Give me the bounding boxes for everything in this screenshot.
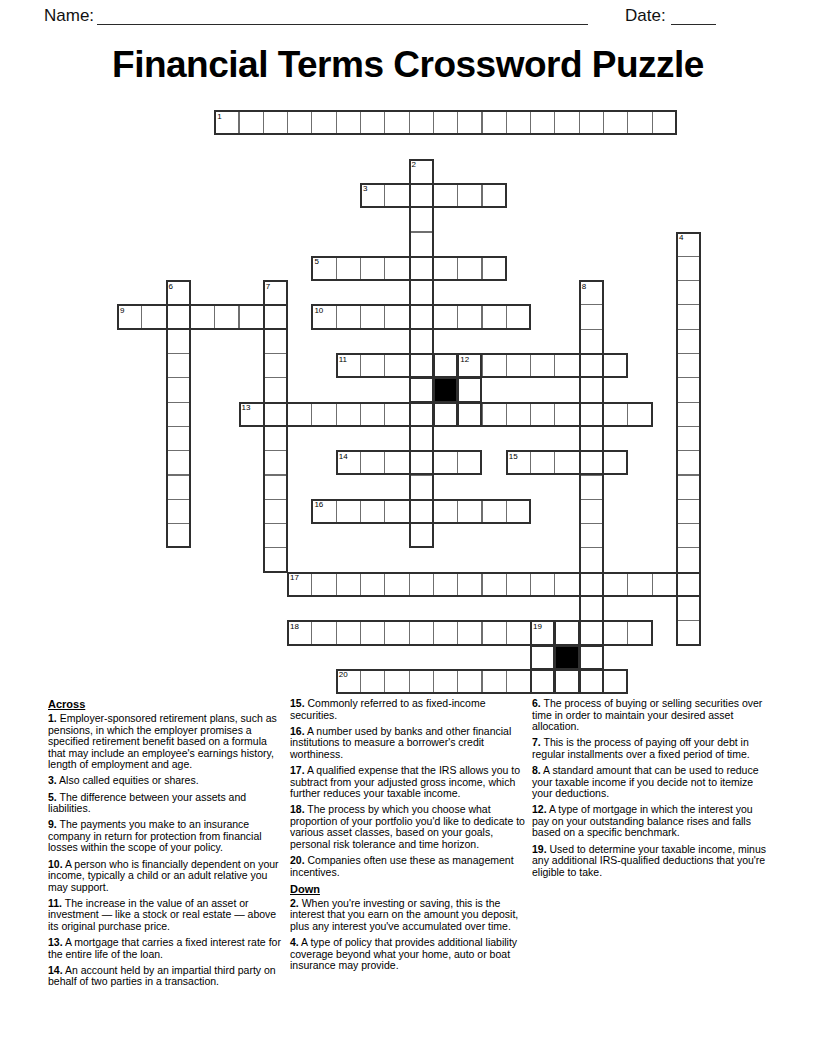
grid-cell[interactable] — [166, 329, 191, 354]
grid-cell[interactable] — [579, 329, 604, 354]
grid-cell[interactable] — [336, 402, 361, 427]
grid-cell[interactable] — [457, 377, 482, 402]
grid-cell[interactable] — [409, 329, 434, 354]
grid-cell[interactable] — [506, 499, 531, 524]
clue-19: 19. Used to determine your taxable incom… — [532, 844, 772, 879]
grid-cell[interactable] — [409, 377, 434, 402]
grid-cell[interactable] — [676, 304, 701, 329]
cell-number-10: 10 — [314, 307, 323, 315]
grid-cell[interactable] — [457, 620, 482, 645]
grid-cell[interactable] — [360, 572, 385, 597]
grid-cell[interactable] — [482, 110, 507, 135]
grid-cell[interactable] — [627, 620, 652, 645]
clue-20: 20. Companies often use these as managem… — [290, 855, 527, 878]
grid-cell[interactable] — [409, 523, 434, 548]
grid-cell[interactable] — [579, 377, 604, 402]
grid-cell[interactable] — [603, 110, 628, 135]
grid-cell[interactable] — [579, 596, 604, 621]
cell-number-3: 3 — [363, 185, 367, 193]
grid-cell[interactable] — [384, 669, 409, 694]
grid-cell[interactable] — [676, 377, 701, 402]
grid-cell[interactable] — [579, 450, 604, 475]
clue-11: 11. The increase in the value of an asse… — [48, 898, 285, 933]
grid-cell[interactable] — [676, 256, 701, 281]
grid-cell[interactable] — [384, 620, 409, 645]
grid-cell[interactable] — [384, 572, 409, 597]
grid-cell[interactable] — [409, 620, 434, 645]
grid-cell[interactable] — [603, 669, 628, 694]
grid-cell[interactable] — [360, 669, 385, 694]
grid-cell[interactable] — [554, 110, 579, 135]
grid-cell[interactable] — [360, 620, 385, 645]
grid-cell[interactable] — [409, 110, 434, 135]
cell-number-20: 20 — [339, 671, 348, 679]
grid-cell[interactable] — [263, 402, 288, 427]
grid-cell[interactable] — [627, 572, 652, 597]
grid-cell[interactable] — [433, 499, 458, 524]
blocked-cell — [554, 645, 579, 670]
grid-cell[interactable] — [336, 620, 361, 645]
grid-cell[interactable] — [530, 353, 555, 378]
grid-cell[interactable] — [579, 402, 604, 427]
grid-cell[interactable] — [263, 475, 288, 500]
grid-cell[interactable] — [409, 232, 434, 257]
grid-cell[interactable] — [166, 402, 191, 427]
grid-cell[interactable] — [263, 377, 288, 402]
grid-cell[interactable] — [409, 183, 434, 208]
cell-number-4: 4 — [679, 234, 683, 242]
grid-cell[interactable] — [579, 475, 604, 500]
grid-cell[interactable] — [409, 426, 434, 451]
grid-cell[interactable] — [239, 304, 264, 329]
grid-cell[interactable] — [530, 645, 555, 670]
grid-cell[interactable] — [554, 620, 579, 645]
grid-cell[interactable] — [409, 280, 434, 305]
grid-cell[interactable] — [409, 402, 434, 427]
grid-cell[interactable] — [166, 450, 191, 475]
clue-9: 9. The payments you make to an insurance… — [48, 819, 285, 854]
grid-cell[interactable] — [409, 207, 434, 232]
grid-cell[interactable] — [409, 475, 434, 500]
clue-12: 12. A type of mortgage in which the inte… — [532, 804, 772, 839]
grid-cell[interactable] — [263, 304, 288, 329]
name-label: Name: — [44, 6, 94, 26]
grid-cell[interactable] — [457, 256, 482, 281]
grid-cell[interactable] — [603, 620, 628, 645]
clue-14: 14. An account held by an impartial thir… — [48, 965, 285, 988]
grid-cell[interactable] — [579, 353, 604, 378]
grid-cell[interactable] — [554, 572, 579, 597]
clue-4: 4. A type of policy that provides additi… — [290, 937, 527, 972]
grid-cell[interactable] — [287, 110, 312, 135]
grid-cell[interactable] — [360, 353, 385, 378]
grid-cell[interactable] — [506, 353, 531, 378]
clue-18: 18. The process by which you choose what… — [290, 804, 527, 850]
grid-cell[interactable] — [336, 256, 361, 281]
grid-cell[interactable] — [506, 110, 531, 135]
clue-13: 13. A mortgage that carries a fixed inte… — [48, 937, 285, 960]
name-line[interactable] — [97, 24, 588, 25]
grid-cell[interactable] — [482, 304, 507, 329]
cell-number-19: 19 — [533, 623, 542, 631]
grid-cell[interactable] — [482, 620, 507, 645]
clues-column: 6. The process of buying or selling secu… — [532, 698, 772, 883]
grid-cell[interactable] — [603, 353, 628, 378]
grid-cell[interactable] — [336, 304, 361, 329]
grid-cell[interactable] — [530, 110, 555, 135]
grid-cell[interactable] — [433, 572, 458, 597]
grid-cell[interactable] — [676, 280, 701, 305]
grid-cell[interactable] — [506, 304, 531, 329]
grid-cell[interactable] — [263, 523, 288, 548]
grid-cell[interactable] — [384, 110, 409, 135]
clues-heading-across: Across — [48, 698, 285, 710]
grid-cell[interactable] — [579, 669, 604, 694]
grid-cell[interactable] — [676, 547, 701, 572]
grid-cell[interactable] — [579, 110, 604, 135]
cell-number-5: 5 — [314, 258, 318, 266]
grid-cell[interactable] — [263, 426, 288, 451]
cell-number-11: 11 — [339, 356, 347, 364]
grid-cell[interactable] — [579, 572, 604, 597]
clue-6: 6. The process of buying or selling secu… — [532, 698, 772, 733]
grid-cell[interactable] — [336, 499, 361, 524]
cell-number-14: 14 — [339, 453, 348, 461]
grid-cell[interactable] — [457, 572, 482, 597]
clues-column: 15. Commonly referred to as fixed-income… — [290, 698, 527, 976]
grid-cell[interactable] — [554, 353, 579, 378]
grid-cell[interactable] — [676, 499, 701, 524]
grid-cell[interactable] — [384, 402, 409, 427]
cell-number-17: 17 — [290, 574, 299, 582]
clue-7: 7. This is the process of paying off you… — [532, 737, 772, 760]
grid-cell[interactable] — [676, 572, 701, 597]
grid-cell[interactable] — [554, 402, 579, 427]
clues-heading-down: Down — [290, 883, 527, 895]
grid-cell[interactable] — [311, 572, 336, 597]
cell-number-2: 2 — [412, 161, 416, 169]
cell-number-1: 1 — [217, 113, 221, 121]
grid-cell[interactable] — [384, 304, 409, 329]
grid-cell[interactable] — [311, 110, 336, 135]
grid-cell[interactable] — [579, 304, 604, 329]
cell-number-9: 9 — [120, 307, 124, 315]
grid-cell[interactable] — [530, 669, 555, 694]
grid-cell[interactable] — [409, 256, 434, 281]
grid-cell[interactable] — [166, 377, 191, 402]
cell-number-15: 15 — [509, 453, 518, 461]
grid-cell[interactable] — [652, 572, 677, 597]
crossword-grid: 1234567891011121314151617181920 — [117, 110, 702, 695]
grid-cell[interactable] — [457, 499, 482, 524]
grid-cell[interactable] — [263, 499, 288, 524]
grid-cell[interactable] — [676, 523, 701, 548]
grid-cell[interactable] — [457, 450, 482, 475]
grid-cell[interactable] — [166, 353, 191, 378]
grid-cell[interactable] — [506, 669, 531, 694]
grid-cell[interactable] — [530, 572, 555, 597]
grid-cell[interactable] — [409, 572, 434, 597]
grid-cell[interactable] — [482, 183, 507, 208]
clue-16: 16. A number used by banks and other fin… — [290, 726, 527, 761]
grid-cell[interactable] — [482, 499, 507, 524]
page-title: Financial Terms Crossword Puzzle — [0, 44, 816, 86]
grid-cell[interactable] — [166, 475, 191, 500]
grid-cell[interactable] — [263, 353, 288, 378]
grid-cell[interactable] — [579, 523, 604, 548]
grid-cell[interactable] — [214, 304, 239, 329]
grid-cell[interactable] — [336, 110, 361, 135]
grid-cell[interactable] — [482, 669, 507, 694]
grid-cell[interactable] — [263, 110, 288, 135]
grid-cell[interactable] — [166, 499, 191, 524]
grid-cell[interactable] — [676, 329, 701, 354]
grid-cell[interactable] — [457, 183, 482, 208]
grid-cell[interactable] — [676, 620, 701, 645]
grid-cell[interactable] — [384, 499, 409, 524]
grid-cell[interactable] — [652, 110, 677, 135]
grid-cell[interactable] — [433, 304, 458, 329]
cell-number-6: 6 — [169, 283, 173, 291]
grid-cell[interactable] — [141, 304, 166, 329]
date-label: Date: — [625, 6, 666, 26]
grid-cell[interactable] — [384, 450, 409, 475]
grid-cell[interactable] — [409, 304, 434, 329]
grid-cell[interactable] — [579, 426, 604, 451]
grid-cell[interactable] — [166, 523, 191, 548]
grid-cell[interactable] — [457, 304, 482, 329]
grid-cell[interactable] — [360, 256, 385, 281]
grid-cell[interactable] — [579, 499, 604, 524]
grid-cell[interactable] — [554, 669, 579, 694]
grid-cell[interactable] — [482, 353, 507, 378]
grid-cell[interactable] — [676, 353, 701, 378]
clue-5: 5. The difference between your assets an… — [48, 792, 285, 815]
clue-17: 17. A qualified expense that the IRS all… — [290, 765, 527, 800]
grid-cell[interactable] — [360, 110, 385, 135]
grid-cell[interactable] — [166, 426, 191, 451]
grid-cell[interactable] — [627, 110, 652, 135]
grid-cell[interactable] — [506, 620, 531, 645]
grid-cell[interactable] — [263, 547, 288, 572]
grid-cell[interactable] — [579, 645, 604, 670]
grid-cell[interactable] — [409, 499, 434, 524]
grid-cell[interactable] — [336, 572, 361, 597]
grid-cell[interactable] — [627, 402, 652, 427]
grid-cell[interactable] — [457, 110, 482, 135]
grid-cell[interactable] — [360, 304, 385, 329]
grid-cell[interactable] — [482, 256, 507, 281]
grid-cell[interactable] — [360, 450, 385, 475]
grid-cell[interactable] — [482, 402, 507, 427]
grid-cell[interactable] — [433, 353, 458, 378]
grid-cell[interactable] — [676, 426, 701, 451]
grid-cell[interactable] — [554, 450, 579, 475]
grid-cell[interactable] — [457, 402, 482, 427]
grid-cell[interactable] — [287, 402, 312, 427]
grid-cell[interactable] — [166, 304, 191, 329]
grid-cell[interactable] — [676, 596, 701, 621]
grid-cell[interactable] — [409, 353, 434, 378]
clues-column: Across1. Employer-sponsored retirement p… — [48, 698, 285, 992]
cell-number-16: 16 — [314, 501, 323, 509]
grid-cell[interactable] — [433, 669, 458, 694]
grid-cell[interactable] — [530, 450, 555, 475]
grid-cell[interactable] — [239, 110, 264, 135]
grid-cell[interactable] — [530, 402, 555, 427]
grid-cell[interactable] — [384, 183, 409, 208]
date-line[interactable] — [671, 24, 716, 25]
grid-cell[interactable] — [360, 402, 385, 427]
grid-cell[interactable] — [263, 329, 288, 354]
grid-cell[interactable] — [506, 572, 531, 597]
grid-cell[interactable] — [603, 450, 628, 475]
clue-3: 3. Also called equities or shares. — [48, 775, 285, 787]
grid-cell[interactable] — [311, 402, 336, 427]
clue-2: 2. When you're investing or saving, this… — [290, 898, 527, 933]
clue-15: 15. Commonly referred to as fixed-income… — [290, 698, 527, 721]
grid-cell[interactable] — [482, 572, 507, 597]
cell-number-13: 13 — [242, 404, 251, 412]
grid-cell[interactable] — [409, 450, 434, 475]
cell-number-7: 7 — [266, 283, 270, 291]
grid-cell[interactable] — [433, 450, 458, 475]
cell-number-12: 12 — [460, 356, 469, 364]
grid-cell[interactable] — [311, 620, 336, 645]
clue-1: 1. Employer-sponsored retirement plans, … — [48, 713, 285, 771]
grid-cell[interactable] — [384, 353, 409, 378]
cell-number-8: 8 — [582, 283, 586, 291]
grid-cell[interactable] — [676, 450, 701, 475]
clue-10: 10. A person who is financially dependen… — [48, 859, 285, 894]
cell-number-18: 18 — [290, 623, 299, 631]
grid-cell[interactable] — [409, 669, 434, 694]
grid-cell[interactable] — [433, 110, 458, 135]
blocked-cell — [433, 377, 458, 402]
grid-cell[interactable] — [433, 620, 458, 645]
grid-cell[interactable] — [579, 547, 604, 572]
grid-cell[interactable] — [433, 183, 458, 208]
grid-cell[interactable] — [457, 669, 482, 694]
grid-cell[interactable] — [676, 475, 701, 500]
grid-cell[interactable] — [603, 572, 628, 597]
grid-cell[interactable] — [263, 450, 288, 475]
grid-cell[interactable] — [433, 256, 458, 281]
grid-cell[interactable] — [360, 499, 385, 524]
grid-cell[interactable] — [190, 304, 215, 329]
grid-cell[interactable] — [506, 402, 531, 427]
grid-cell[interactable] — [433, 402, 458, 427]
clue-8: 8. A standard amount that can be used to… — [532, 765, 772, 800]
grid-cell[interactable] — [384, 256, 409, 281]
grid-cell[interactable] — [579, 620, 604, 645]
grid-cell[interactable] — [603, 402, 628, 427]
grid-cell[interactable] — [676, 402, 701, 427]
